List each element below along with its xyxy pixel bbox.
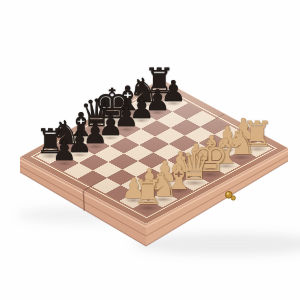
- piece-contact-shadow: [247, 146, 268, 152]
- piece-contact-shadow: [85, 127, 108, 133]
- chess-piece-white-pawn: ♟: [135, 166, 163, 194]
- chess-piece-white-pawn: ♟: [229, 115, 258, 144]
- chess-piece-black-pawn: ♟: [128, 94, 157, 123]
- chess-piece-black-pawn: ♟: [143, 86, 172, 115]
- piece-contact-shadow: [133, 102, 153, 108]
- piece-contact-shadow: [197, 171, 222, 178]
- piece-contact-shadow: [100, 118, 125, 125]
- piece-contact-shadow: [125, 198, 142, 203]
- chess-piece-black-pawn: ♟: [97, 112, 125, 140]
- chess-piece-black-pawn: ♟: [112, 103, 141, 132]
- piece-contact-shadow: [169, 188, 189, 194]
- piece-contact-shadow: [133, 118, 150, 123]
- piece-contact-shadow: [56, 161, 73, 166]
- chess-piece-white-knight: ♞: [147, 169, 180, 202]
- chess-piece-white-pawn: ♟: [120, 175, 148, 203]
- piece-contact-shadow: [149, 110, 166, 115]
- piece-contact-shadow: [102, 136, 119, 141]
- chess-piece-white-pawn: ♟: [197, 132, 226, 161]
- chess-piece-white-bishop: ♝: [162, 161, 195, 194]
- chess-piece-white-king: ♚: [189, 136, 231, 178]
- chess-piece-black-pawn: ♟: [50, 137, 78, 165]
- chess-piece-black-bishop: ♝: [65, 108, 98, 141]
- piece-contact-shadow: [216, 163, 236, 169]
- piece-contact-shadow: [40, 153, 60, 159]
- piece-contact-shadow: [87, 144, 104, 149]
- piece-contact-shadow: [141, 190, 158, 195]
- chess-piece-white-bishop: ♝: [209, 135, 242, 168]
- piece-contact-shadow: [156, 181, 173, 186]
- piece-contact-shadow: [188, 165, 205, 170]
- chess-piece-black-king: ♚: [91, 83, 133, 125]
- chess-piece-white-queen: ♛: [175, 148, 213, 186]
- chess-piece-white-rook: ♜: [240, 117, 275, 152]
- chess-set-photo: ♜♞♝♛♚♝♞♜♟♟♟♟♟♟♟♟♟♟♟♟♟♟♟♟♜♞♝♛♚♝♞♜: [0, 0, 300, 300]
- piece-contact-shadow: [172, 173, 189, 178]
- piece-contact-shadow: [153, 197, 173, 203]
- chess-piece-white-pawn: ♟: [151, 158, 179, 186]
- chess-piece-white-rook: ♜: [131, 176, 165, 210]
- piece-contact-shadow: [203, 156, 220, 161]
- chess-piece-white-pawn: ♟: [213, 123, 242, 152]
- piece-contact-shadow: [219, 148, 236, 153]
- piece-contact-shadow: [183, 180, 206, 186]
- chess-piece-black-rook: ♜: [33, 125, 67, 159]
- piece-contact-shadow: [235, 139, 252, 144]
- piece-contact-shadow: [231, 155, 251, 161]
- chess-piece-black-knight: ♞: [127, 74, 161, 108]
- chess-piece-black-pawn: ♟: [81, 120, 109, 148]
- piece-contact-shadow: [56, 145, 76, 151]
- chess-piece-white-pawn: ♟: [166, 149, 194, 177]
- pieces-layer: ♜♞♝♛♚♝♞♜♟♟♟♟♟♟♟♟♟♟♟♟♟♟♟♟♜♞♝♛♚♝♞♜: [0, 0, 300, 300]
- piece-contact-shadow: [71, 153, 88, 158]
- piece-contact-shadow: [138, 205, 158, 211]
- chess-piece-black-bishop: ♝: [111, 82, 144, 115]
- chess-piece-white-pawn: ♟: [182, 141, 211, 170]
- chess-piece-black-pawn: ♟: [66, 129, 94, 157]
- chess-piece-black-rook: ♜: [142, 64, 177, 99]
- chess-piece-white-knight: ♞: [225, 126, 259, 160]
- chess-piece-black-knight: ♞: [49, 117, 82, 150]
- piece-contact-shadow: [71, 136, 91, 142]
- chess-piece-black-queen: ♛: [78, 95, 116, 133]
- piece-contact-shadow: [165, 101, 182, 106]
- piece-contact-shadow: [118, 127, 135, 132]
- chess-piece-black-pawn: ♟: [159, 77, 188, 106]
- piece-contact-shadow: [149, 93, 170, 99]
- piece-contact-shadow: [118, 110, 138, 116]
